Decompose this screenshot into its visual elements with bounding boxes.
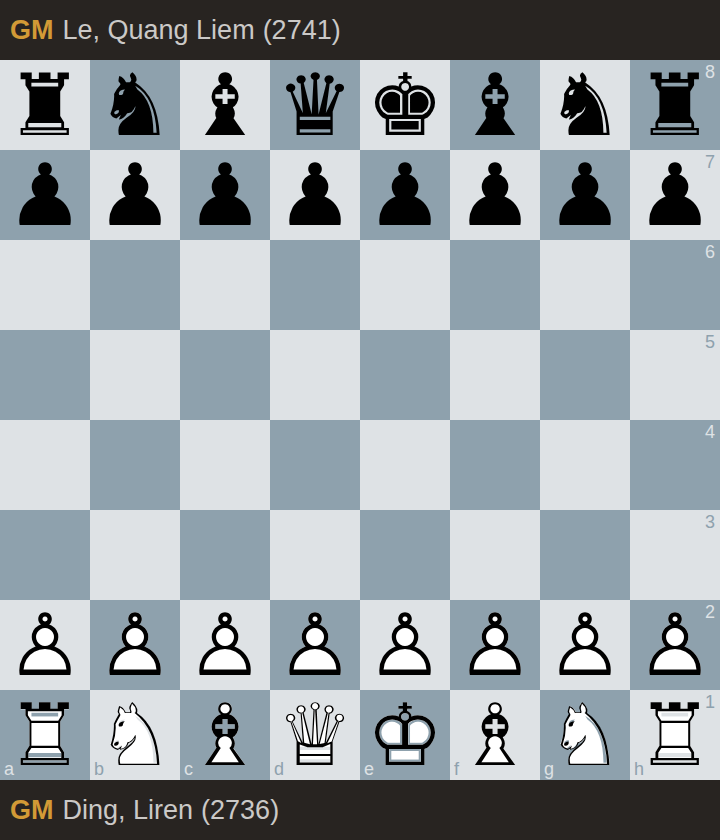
square-c6[interactable] <box>180 240 270 330</box>
square-c1[interactable]: c♝♗ <box>180 690 270 780</box>
square-b4[interactable] <box>90 420 180 510</box>
square-a8[interactable]: ♜ <box>0 60 90 150</box>
player-top-title: GM <box>10 15 54 46</box>
player-bottom-title: GM <box>10 795 54 826</box>
square-b8[interactable]: ♞ <box>90 60 180 150</box>
piece-glyph: ♚ <box>366 60 443 150</box>
black-pawn[interactable]: ♟ <box>0 150 90 240</box>
white-queen[interactable]: ♛♕ <box>270 690 360 780</box>
square-c4[interactable] <box>180 420 270 510</box>
square-c8[interactable]: ♝ <box>180 60 270 150</box>
black-knight[interactable]: ♞ <box>540 60 630 150</box>
square-e3[interactable] <box>360 510 450 600</box>
square-b6[interactable] <box>90 240 180 330</box>
white-pawn[interactable]: ♟♙ <box>90 600 180 690</box>
piece-glyph: ♝ <box>456 60 533 150</box>
rank-label-5: 5 <box>705 333 715 351</box>
piece-outline: ♙ <box>276 600 353 690</box>
piece-outline: ♙ <box>186 600 263 690</box>
square-h8[interactable]: 8♜ <box>630 60 720 150</box>
piece-glyph: ♜ <box>636 60 713 150</box>
piece-glyph: ♞ <box>96 60 173 150</box>
white-pawn[interactable]: ♟♙ <box>540 600 630 690</box>
square-f2[interactable]: ♟♙ <box>450 600 540 690</box>
square-h4[interactable]: 4 <box>630 420 720 510</box>
black-pawn[interactable]: ♟ <box>450 150 540 240</box>
piece-glyph: ♟ <box>6 150 83 240</box>
white-pawn[interactable]: ♟♙ <box>0 600 90 690</box>
white-rook[interactable]: ♜♖ <box>630 690 720 780</box>
square-b5[interactable] <box>90 330 180 420</box>
square-a4[interactable] <box>0 420 90 510</box>
piece-outline: ♙ <box>96 600 173 690</box>
piece-glyph: ♟ <box>546 150 623 240</box>
rank-label-4: 4 <box>705 423 715 441</box>
square-a7[interactable]: ♟ <box>0 150 90 240</box>
rank-label-3: 3 <box>705 513 715 531</box>
piece-outline: ♙ <box>366 600 443 690</box>
square-f7[interactable]: ♟ <box>450 150 540 240</box>
piece-glyph: ♞ <box>546 60 623 150</box>
piece-glyph: ♟ <box>186 150 263 240</box>
square-a1[interactable]: a♜♖ <box>0 690 90 780</box>
square-g7[interactable]: ♟ <box>540 150 630 240</box>
square-d1[interactable]: d♛♕ <box>270 690 360 780</box>
square-g2[interactable]: ♟♙ <box>540 600 630 690</box>
square-f6[interactable] <box>450 240 540 330</box>
black-pawn[interactable]: ♟ <box>180 150 270 240</box>
white-bishop[interactable]: ♝♗ <box>180 690 270 780</box>
piece-outline: ♕ <box>276 690 353 780</box>
piece-glyph: ♟ <box>456 150 533 240</box>
square-d2[interactable]: ♟♙ <box>270 600 360 690</box>
square-h7[interactable]: 7♟ <box>630 150 720 240</box>
square-h5[interactable]: 5 <box>630 330 720 420</box>
square-f1[interactable]: f♝♗ <box>450 690 540 780</box>
square-h2[interactable]: 2♟♙ <box>630 600 720 690</box>
square-f5[interactable] <box>450 330 540 420</box>
square-b3[interactable] <box>90 510 180 600</box>
square-d6[interactable] <box>270 240 360 330</box>
square-g6[interactable] <box>540 240 630 330</box>
player-bottom-name: Ding, Liren <box>63 795 194 826</box>
white-pawn[interactable]: ♟♙ <box>450 600 540 690</box>
square-e6[interactable] <box>360 240 450 330</box>
piece-glyph: ♟ <box>636 150 713 240</box>
player-top-name: Le, Quang Liem <box>63 15 255 46</box>
black-pawn[interactable]: ♟ <box>630 150 720 240</box>
black-queen[interactable]: ♛ <box>270 60 360 150</box>
piece-outline: ♘ <box>546 690 623 780</box>
black-pawn[interactable]: ♟ <box>270 150 360 240</box>
piece-outline: ♗ <box>186 690 263 780</box>
square-e8[interactable]: ♚ <box>360 60 450 150</box>
square-e5[interactable] <box>360 330 450 420</box>
piece-outline: ♖ <box>6 690 83 780</box>
square-e7[interactable]: ♟ <box>360 150 450 240</box>
white-pawn[interactable]: ♟♙ <box>630 600 720 690</box>
piece-glyph: ♝ <box>186 60 263 150</box>
square-f3[interactable] <box>450 510 540 600</box>
white-pawn[interactable]: ♟♙ <box>360 600 450 690</box>
square-d5[interactable] <box>270 330 360 420</box>
piece-outline: ♙ <box>456 600 533 690</box>
square-g3[interactable] <box>540 510 630 600</box>
white-knight[interactable]: ♞♘ <box>90 690 180 780</box>
chess-board: ♜♞♝♛♚♝♞8♜♟♟♟♟♟♟♟7♟6543♟♙♟♙♟♙♟♙♟♙♟♙♟♙2♟♙a… <box>0 60 720 780</box>
white-rook[interactable]: ♜♖ <box>0 690 90 780</box>
player-bottom-rating: (2736) <box>201 795 279 826</box>
square-d4[interactable] <box>270 420 360 510</box>
white-knight[interactable]: ♞♘ <box>540 690 630 780</box>
square-h3[interactable]: 3 <box>630 510 720 600</box>
square-a5[interactable] <box>0 330 90 420</box>
piece-outline: ♖ <box>636 690 713 780</box>
square-f8[interactable]: ♝ <box>450 60 540 150</box>
square-g8[interactable]: ♞ <box>540 60 630 150</box>
square-b7[interactable]: ♟ <box>90 150 180 240</box>
piece-glyph: ♟ <box>96 150 173 240</box>
square-c7[interactable]: ♟ <box>180 150 270 240</box>
square-a6[interactable] <box>0 240 90 330</box>
white-bishop[interactable]: ♝♗ <box>450 690 540 780</box>
piece-outline: ♙ <box>636 600 713 690</box>
black-king[interactable]: ♚ <box>360 60 450 150</box>
square-c5[interactable] <box>180 330 270 420</box>
piece-outline: ♗ <box>456 690 533 780</box>
black-bishop[interactable]: ♝ <box>180 60 270 150</box>
white-pawn[interactable]: ♟♙ <box>180 600 270 690</box>
square-e2[interactable]: ♟♙ <box>360 600 450 690</box>
piece-outline: ♔ <box>366 690 443 780</box>
square-d7[interactable]: ♟ <box>270 150 360 240</box>
square-h1[interactable]: 1h♜♖ <box>630 690 720 780</box>
player-bar-top: GM Le, Quang Liem (2741) <box>0 0 720 60</box>
square-d3[interactable] <box>270 510 360 600</box>
square-c3[interactable] <box>180 510 270 600</box>
rank-label-6: 6 <box>705 243 715 261</box>
square-b1[interactable]: b♞♘ <box>90 690 180 780</box>
black-pawn[interactable]: ♟ <box>90 150 180 240</box>
piece-outline: ♙ <box>6 600 83 690</box>
square-b2[interactable]: ♟♙ <box>90 600 180 690</box>
black-knight[interactable]: ♞ <box>90 60 180 150</box>
piece-glyph: ♛ <box>276 60 353 150</box>
piece-outline: ♙ <box>546 600 623 690</box>
black-rook[interactable]: ♜ <box>0 60 90 150</box>
square-f4[interactable] <box>450 420 540 510</box>
player-top-rating: (2741) <box>263 15 341 46</box>
square-g4[interactable] <box>540 420 630 510</box>
black-pawn[interactable]: ♟ <box>360 150 450 240</box>
piece-outline: ♘ <box>96 690 173 780</box>
black-rook[interactable]: ♜ <box>630 60 720 150</box>
black-pawn[interactable]: ♟ <box>540 150 630 240</box>
square-a2[interactable]: ♟♙ <box>0 600 90 690</box>
player-bar-bottom: GM Ding, Liren (2736) <box>0 780 720 840</box>
chess-app: GM Le, Quang Liem (2741) ♜♞♝♛♚♝♞8♜♟♟♟♟♟♟… <box>0 0 720 840</box>
white-king[interactable]: ♚♔ <box>360 690 450 780</box>
piece-glyph: ♟ <box>276 150 353 240</box>
black-bishop[interactable]: ♝ <box>450 60 540 150</box>
square-c2[interactable]: ♟♙ <box>180 600 270 690</box>
square-d8[interactable]: ♛ <box>270 60 360 150</box>
square-h6[interactable]: 6 <box>630 240 720 330</box>
piece-glyph: ♟ <box>366 150 443 240</box>
square-e4[interactable] <box>360 420 450 510</box>
square-g1[interactable]: g♞♘ <box>540 690 630 780</box>
white-pawn[interactable]: ♟♙ <box>270 600 360 690</box>
square-e1[interactable]: e♚♔ <box>360 690 450 780</box>
square-a3[interactable] <box>0 510 90 600</box>
piece-glyph: ♜ <box>6 60 83 150</box>
square-g5[interactable] <box>540 330 630 420</box>
